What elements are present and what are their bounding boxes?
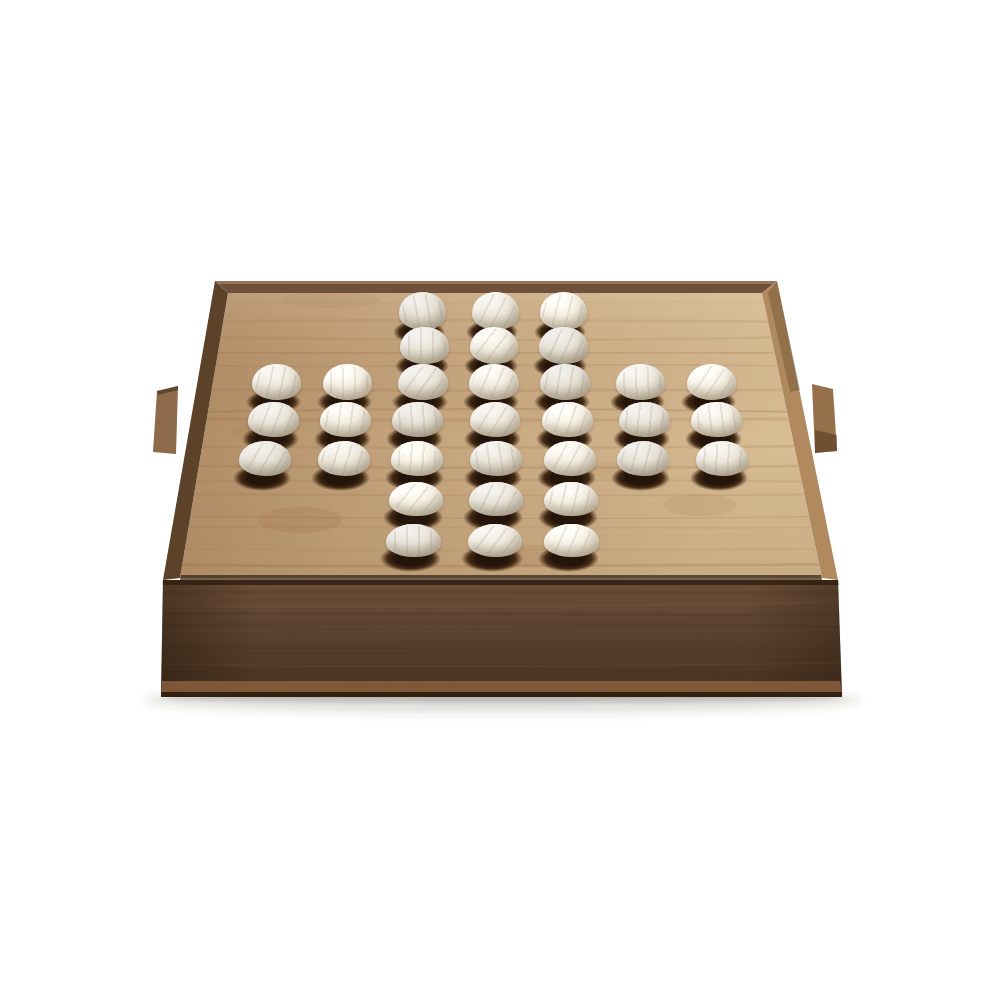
marble[interactable] xyxy=(542,402,593,438)
marble[interactable] xyxy=(540,292,587,330)
marble[interactable] xyxy=(696,441,748,476)
marble-veins xyxy=(542,294,583,327)
marble[interactable] xyxy=(399,292,446,330)
marble[interactable] xyxy=(470,441,522,476)
marble[interactable] xyxy=(472,292,519,330)
marble-veins xyxy=(622,404,667,435)
marble-veins xyxy=(545,404,590,435)
marble-veins xyxy=(690,366,734,398)
marble[interactable] xyxy=(468,524,523,557)
marble-veins xyxy=(619,366,663,398)
marble-veins xyxy=(401,294,442,327)
marble[interactable] xyxy=(691,402,742,438)
marble-veins xyxy=(474,294,515,327)
marble-veins xyxy=(395,404,440,435)
marble-veins xyxy=(401,366,445,398)
marble-veins xyxy=(323,404,368,435)
marble-veins xyxy=(547,526,595,555)
marble-veins xyxy=(473,404,518,435)
product-photo-stage xyxy=(0,0,1001,1001)
marble-veins xyxy=(471,526,519,555)
marble-veins xyxy=(403,329,446,362)
marble[interactable] xyxy=(469,482,523,516)
marble-veins xyxy=(242,443,288,474)
marble[interactable] xyxy=(619,402,670,438)
marble[interactable] xyxy=(392,402,443,438)
marble[interactable] xyxy=(470,402,521,438)
marble-veins xyxy=(321,443,367,474)
marble[interactable] xyxy=(544,524,599,557)
marble-veins xyxy=(392,484,439,514)
marble-veins xyxy=(542,329,585,362)
marble-veins xyxy=(694,404,739,435)
marble[interactable] xyxy=(391,441,443,476)
marble-veins xyxy=(394,443,440,474)
marble[interactable] xyxy=(470,327,518,364)
marble-veins xyxy=(255,366,299,398)
marble-veins xyxy=(325,366,369,398)
marble[interactable] xyxy=(398,364,448,400)
marble[interactable] xyxy=(617,441,669,476)
marble-veins xyxy=(251,404,296,435)
marble[interactable] xyxy=(616,364,666,400)
marble[interactable] xyxy=(386,524,441,557)
marble[interactable] xyxy=(248,402,299,438)
marble-veins xyxy=(473,443,519,474)
marble[interactable] xyxy=(389,482,443,516)
marble[interactable] xyxy=(318,441,370,476)
marble-veins xyxy=(473,484,520,514)
marble[interactable] xyxy=(323,364,373,400)
marble[interactable] xyxy=(540,364,590,400)
marble-veins xyxy=(473,329,516,362)
board-grid xyxy=(0,0,1001,1001)
marble[interactable] xyxy=(544,441,596,476)
marble-veins xyxy=(547,443,593,474)
marble-veins xyxy=(620,443,666,474)
marble[interactable] xyxy=(239,441,291,476)
marble[interactable] xyxy=(320,402,371,438)
marble-veins xyxy=(543,366,587,398)
marble[interactable] xyxy=(539,327,587,364)
marble-veins xyxy=(699,443,745,474)
marble[interactable] xyxy=(469,364,519,400)
marble[interactable] xyxy=(252,364,302,400)
marble[interactable] xyxy=(400,327,448,364)
marble-veins xyxy=(548,484,595,514)
marble[interactable] xyxy=(544,482,598,516)
marble-veins xyxy=(472,366,516,398)
marble[interactable] xyxy=(687,364,737,400)
marble-veins xyxy=(389,526,437,555)
